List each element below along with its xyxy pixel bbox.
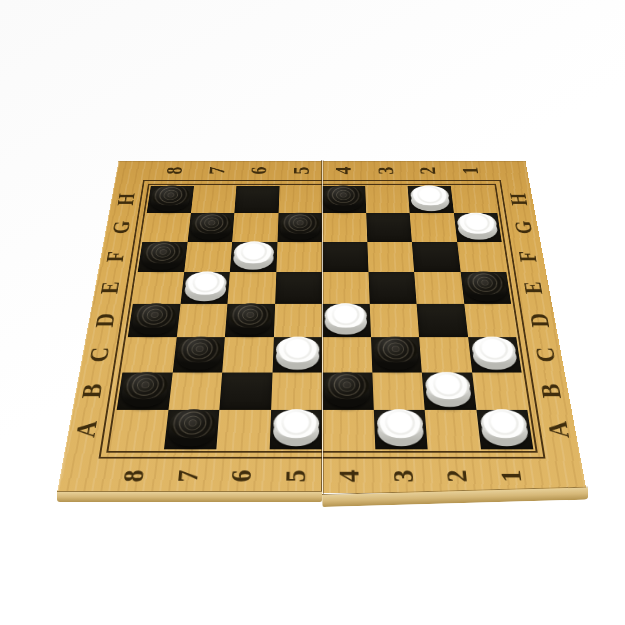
coord-label-bottom-7: 7 [172,469,202,481]
white-checker-B2[interactable] [425,372,473,406]
black-checker-D8[interactable] [131,303,177,334]
black-checker-C7[interactable] [176,336,222,368]
square-G6[interactable] [232,213,278,242]
square-B6[interactable] [219,373,272,410]
coord-label-bottom-8: 8 [118,469,148,481]
square-B8[interactable] [117,373,173,410]
square-H4[interactable] [322,186,366,213]
coord-label-left-B: B [78,384,107,399]
square-C7[interactable] [172,337,225,372]
square-H5[interactable] [278,186,322,213]
black-checker-B8[interactable] [120,372,169,406]
white-checker-C1[interactable] [471,336,519,368]
white-checker-A3[interactable] [376,409,424,445]
checker-face [373,336,418,362]
black-checker-A7[interactable] [167,409,216,445]
square-E7[interactable] [180,272,230,304]
coord-label-left-E: E [97,281,124,294]
square-B4[interactable] [322,373,373,410]
square-F1[interactable] [457,242,507,272]
coord-label-left-D: D [91,313,119,327]
square-G1[interactable] [453,213,501,242]
black-checker-E1[interactable] [463,271,508,300]
square-E1[interactable] [460,272,511,304]
white-checker-F6[interactable] [233,241,275,269]
square-C8[interactable] [122,337,176,372]
coord-label-right-B: B [537,384,566,399]
coords-top: 87654321 [143,161,501,180]
coord-label-right-F: F [515,251,541,262]
coord-label-top-8: 8 [163,167,186,175]
square-C6[interactable] [222,337,273,372]
square-D5[interactable] [273,304,322,337]
square-B3[interactable] [372,373,425,410]
square-A5[interactable] [269,410,322,450]
square-G8[interactable] [142,213,190,242]
square-A4[interactable] [322,410,375,450]
black-checker-D6[interactable] [228,303,272,334]
square-H1[interactable] [450,186,497,213]
square-F3[interactable] [367,242,414,272]
coord-label-left-F: F [103,251,129,262]
square-B7[interactable] [168,373,222,410]
coord-label-top-3: 3 [374,167,397,175]
coord-label-bottom-6: 6 [227,469,256,481]
square-B5[interactable] [271,373,322,410]
square-C5[interactable] [272,337,322,372]
checker-face [325,185,363,205]
white-checker-G1[interactable] [456,213,498,239]
black-checker-H4[interactable] [325,185,364,210]
board-perspective-wrap: 87654321 HGFEDCBA HGFEDCBA 87654321 [57,3,587,493]
square-H7[interactable] [191,186,237,213]
square-D7[interactable] [176,304,227,337]
board-grid [111,186,534,449]
square-F7[interactable] [184,242,232,272]
coord-label-top-4: 4 [332,167,355,175]
square-E5[interactable] [275,272,322,304]
square-C1[interactable] [468,337,522,372]
square-A8[interactable] [111,410,168,450]
coord-label-top-1: 1 [458,167,481,175]
coords-bottom: 87654321 [93,459,551,493]
coord-label-left-G: G [108,221,134,234]
square-F4[interactable] [322,242,368,272]
square-B1[interactable] [472,373,528,410]
square-D2[interactable] [417,304,468,337]
square-E4[interactable] [322,272,369,304]
square-C2[interactable] [419,337,472,372]
photo-scene: 87654321 HGFEDCBA HGFEDCBA 87654321 [0,0,625,625]
checker-face [325,303,367,327]
checker-face [275,336,319,362]
coord-label-top-6: 6 [247,167,270,175]
checker-face [376,409,423,438]
black-checker-G7[interactable] [190,213,231,239]
checker-face [273,409,319,438]
square-C3[interactable] [371,337,422,372]
checker-face [410,185,450,205]
square-C4[interactable] [322,337,372,372]
square-A2[interactable] [425,410,481,450]
coord-label-bottom-2: 2 [442,469,472,481]
checker-face [280,213,319,234]
square-B2[interactable] [422,373,476,410]
board-edge-left-half [57,491,322,502]
square-D1[interactable] [464,304,516,337]
square-A3[interactable] [373,410,427,450]
square-E8[interactable] [133,272,184,304]
square-H3[interactable] [365,186,410,213]
square-D8[interactable] [128,304,180,337]
square-F5[interactable] [276,242,322,272]
coord-label-bottom-4: 4 [335,469,364,481]
white-checker-H2[interactable] [410,185,450,210]
square-D3[interactable] [369,304,419,337]
playfield-inner-border [106,184,537,453]
coord-label-bottom-5: 5 [281,469,310,481]
black-checker-F8[interactable] [141,241,185,269]
checker-face [325,372,370,399]
square-F6[interactable] [230,242,277,272]
coord-label-top-2: 2 [416,167,439,175]
square-F2[interactable] [412,242,460,272]
square-G4[interactable] [322,213,367,242]
coord-label-right-H: H [506,193,531,206]
coord-label-top-5: 5 [290,167,313,175]
coord-label-top-7: 7 [205,167,228,175]
square-A7[interactable] [163,410,219,450]
square-E2[interactable] [414,272,464,304]
square-D6[interactable] [225,304,275,337]
square-A6[interactable] [216,410,270,450]
square-G3[interactable] [366,213,412,242]
coord-label-right-A: A [543,421,574,438]
square-G5[interactable] [277,213,322,242]
coord-label-left-H: H [113,193,138,206]
white-checker-C5[interactable] [275,336,319,368]
square-E6[interactable] [227,272,275,304]
square-D4[interactable] [322,304,371,337]
square-H6[interactable] [234,186,279,213]
black-checker-G5[interactable] [280,213,319,239]
playfield-frame [99,180,546,459]
coord-label-left-A: A [71,421,102,438]
square-F8[interactable] [138,242,188,272]
square-H8[interactable] [147,186,194,213]
coord-label-bottom-3: 3 [388,469,417,481]
black-checker-B4[interactable] [325,372,370,406]
white-checker-E7[interactable] [183,271,227,300]
coord-label-right-G: G [510,221,536,234]
square-E3[interactable] [368,272,416,304]
black-checker-C3[interactable] [373,336,418,368]
coord-label-right-C: C [531,347,560,362]
white-checker-D4[interactable] [325,303,368,334]
black-checker-H8[interactable] [150,185,191,210]
square-G2[interactable] [410,213,457,242]
coord-label-right-E: E [520,281,547,294]
white-checker-A1[interactable] [479,409,530,445]
square-G7[interactable] [187,213,234,242]
checkers-board: 87654321 HGFEDCBA HGFEDCBA 87654321 [57,161,587,493]
coord-label-right-D: D [525,313,553,327]
square-A1[interactable] [476,410,533,450]
coord-label-bottom-1: 1 [495,469,525,481]
coord-label-left-C: C [84,347,113,362]
white-checker-A5[interactable] [272,409,318,445]
square-H2[interactable] [408,186,454,213]
